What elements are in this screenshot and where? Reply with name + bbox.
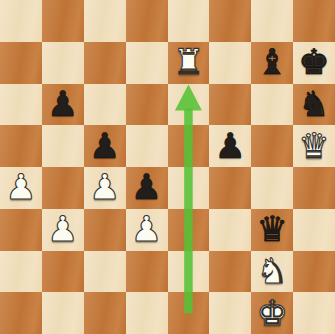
- square-b7[interactable]: [42, 42, 84, 84]
- square-c1[interactable]: [84, 292, 126, 334]
- square-c7[interactable]: [84, 42, 126, 84]
- black-pawn-d4[interactable]: ♟: [131, 170, 162, 205]
- square-g1[interactable]: ♚: [251, 292, 293, 334]
- square-d3[interactable]: ♟: [126, 209, 168, 251]
- square-a6[interactable]: [0, 84, 42, 126]
- square-g3[interactable]: ♛: [251, 209, 293, 251]
- square-h2[interactable]: [293, 251, 335, 293]
- white-pawn-a4[interactable]: ♟: [5, 170, 36, 205]
- square-a4[interactable]: ♟: [0, 167, 42, 209]
- square-f4[interactable]: [209, 167, 251, 209]
- square-b1[interactable]: [42, 292, 84, 334]
- square-g5[interactable]: [251, 125, 293, 167]
- square-c8[interactable]: [84, 0, 126, 42]
- square-c3[interactable]: [84, 209, 126, 251]
- square-e7[interactable]: ♜: [168, 42, 210, 84]
- white-pawn-d3[interactable]: ♟: [131, 212, 162, 247]
- white-pawn-c4[interactable]: ♟: [89, 170, 120, 205]
- square-d6[interactable]: [126, 84, 168, 126]
- square-f2[interactable]: [209, 251, 251, 293]
- white-king-g1[interactable]: ♚: [256, 296, 287, 331]
- square-h6[interactable]: ♞: [293, 84, 335, 126]
- square-e3[interactable]: [168, 209, 210, 251]
- square-f7[interactable]: [209, 42, 251, 84]
- square-b8[interactable]: [42, 0, 84, 42]
- square-e6[interactable]: [168, 84, 210, 126]
- square-e1[interactable]: [168, 292, 210, 334]
- black-pawn-b6[interactable]: ♟: [47, 87, 78, 122]
- square-b4[interactable]: [42, 167, 84, 209]
- square-d8[interactable]: [126, 0, 168, 42]
- square-a5[interactable]: [0, 125, 42, 167]
- black-pawn-f5[interactable]: ♟: [215, 129, 246, 164]
- square-a8[interactable]: [0, 0, 42, 42]
- black-bishop-g7[interactable]: ♝: [256, 45, 287, 80]
- square-h4[interactable]: [293, 167, 335, 209]
- white-rook-e7[interactable]: ♜: [173, 45, 204, 80]
- square-a2[interactable]: [0, 251, 42, 293]
- square-f6[interactable]: [209, 84, 251, 126]
- square-h3[interactable]: [293, 209, 335, 251]
- black-pawn-c5[interactable]: ♟: [89, 129, 120, 164]
- square-f8[interactable]: [209, 0, 251, 42]
- square-a3[interactable]: [0, 209, 42, 251]
- square-g4[interactable]: [251, 167, 293, 209]
- square-g8[interactable]: [251, 0, 293, 42]
- square-d5[interactable]: [126, 125, 168, 167]
- square-h1[interactable]: [293, 292, 335, 334]
- square-h7[interactable]: ♚: [293, 42, 335, 84]
- chess-board-wrapper: ♜♝♚♟♞♟♟♛♟♟♟♟♟♛♞♚: [0, 0, 335, 334]
- square-d7[interactable]: [126, 42, 168, 84]
- black-queen-g3[interactable]: ♛: [256, 212, 287, 247]
- white-knight-g2[interactable]: ♞: [256, 254, 287, 289]
- square-g7[interactable]: ♝: [251, 42, 293, 84]
- square-f3[interactable]: [209, 209, 251, 251]
- square-e2[interactable]: [168, 251, 210, 293]
- square-h8[interactable]: [293, 0, 335, 42]
- square-c2[interactable]: [84, 251, 126, 293]
- square-c6[interactable]: [84, 84, 126, 126]
- white-queen-h5[interactable]: ♛: [298, 129, 329, 164]
- square-h5[interactable]: ♛: [293, 125, 335, 167]
- white-pawn-b3[interactable]: ♟: [47, 212, 78, 247]
- square-d1[interactable]: [126, 292, 168, 334]
- square-b6[interactable]: ♟: [42, 84, 84, 126]
- square-d2[interactable]: [126, 251, 168, 293]
- square-g2[interactable]: ♞: [251, 251, 293, 293]
- square-b3[interactable]: ♟: [42, 209, 84, 251]
- square-c4[interactable]: ♟: [84, 167, 126, 209]
- square-a7[interactable]: [0, 42, 42, 84]
- black-knight-h6[interactable]: ♞: [298, 87, 329, 122]
- square-c5[interactable]: ♟: [84, 125, 126, 167]
- black-king-h7[interactable]: ♚: [298, 45, 329, 80]
- square-e5[interactable]: [168, 125, 210, 167]
- square-g6[interactable]: [251, 84, 293, 126]
- square-e8[interactable]: [168, 0, 210, 42]
- square-a1[interactable]: [0, 292, 42, 334]
- square-f5[interactable]: ♟: [209, 125, 251, 167]
- chess-board: ♜♝♚♟♞♟♟♛♟♟♟♟♟♛♞♚: [0, 0, 335, 334]
- square-d4[interactable]: ♟: [126, 167, 168, 209]
- square-b5[interactable]: [42, 125, 84, 167]
- square-b2[interactable]: [42, 251, 84, 293]
- square-e4[interactable]: [168, 167, 210, 209]
- square-f1[interactable]: [209, 292, 251, 334]
